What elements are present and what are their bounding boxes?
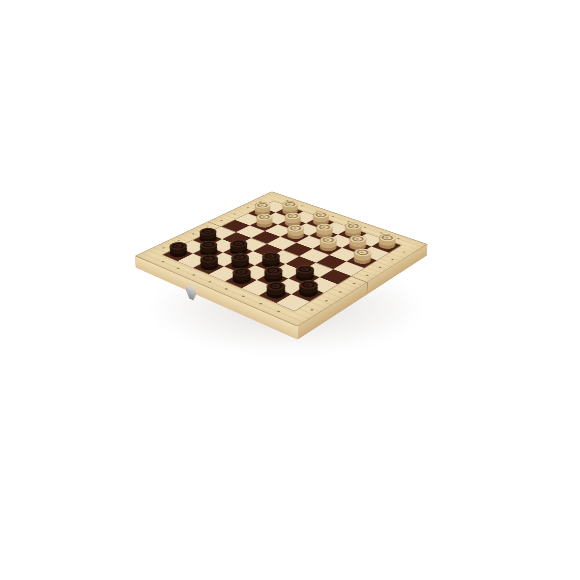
light-piece: ●: [253, 220, 275, 230]
frame-dot: [365, 274, 369, 276]
frame-dot: [390, 259, 394, 261]
square-r3c5: ●: [280, 230, 309, 243]
frame-dot: [276, 310, 280, 312]
frame-dot: [363, 227, 367, 229]
frame-dot: [241, 295, 245, 297]
light-piece: ●: [350, 255, 374, 266]
product-photo-scene: ●●●●●●●●●●●●●●●●●●●●●●●●: [0, 0, 580, 580]
frame-dot: [161, 261, 165, 263]
frame-dot: [219, 220, 223, 221]
dark-piece: ●: [262, 289, 288, 302]
dark-piece: ●: [166, 249, 190, 260]
light-piece: ●: [283, 231, 306, 241]
frame-dot: [309, 309, 313, 311]
frame-dot: [331, 216, 334, 217]
frame-dot: [207, 281, 211, 283]
frame-dot: [300, 205, 303, 206]
frame-dot: [396, 238, 400, 240]
frame-dot: [161, 247, 165, 249]
frame-dot: [224, 288, 228, 290]
frame-dot: [338, 291, 342, 293]
frame-dot: [258, 303, 262, 305]
frame-dot: [176, 267, 180, 269]
frame-dot: [191, 233, 195, 235]
dark-piece: ●: [229, 275, 254, 287]
light-piece: ●: [316, 243, 339, 254]
frame-dot: [402, 251, 406, 253]
frame-dot: [246, 207, 249, 208]
frame-dot: [378, 266, 382, 268]
frame-dot: [352, 283, 356, 285]
frame-dot: [233, 213, 236, 214]
frame-dot: [191, 274, 195, 276]
frame-dot: [324, 300, 328, 302]
